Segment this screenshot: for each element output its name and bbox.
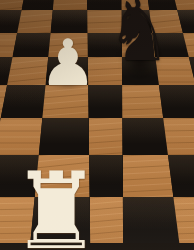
square-c8[interactable] [53,0,87,10]
white-rook[interactable]: ♜ [11,159,101,250]
square-e2[interactable] [123,155,174,197]
square-b8[interactable] [22,0,56,10]
white-pawn[interactable]: ♟ [39,31,96,95]
square-e3[interactable] [122,118,168,155]
chessboard-photo: ♟♞♜ [0,0,194,250]
square-e1[interactable] [123,197,180,243]
black-knight[interactable]: ♞ [107,0,170,73]
square-e4[interactable] [122,85,163,118]
square-f3[interactable] [163,118,194,155]
square-f4[interactable] [159,85,194,118]
